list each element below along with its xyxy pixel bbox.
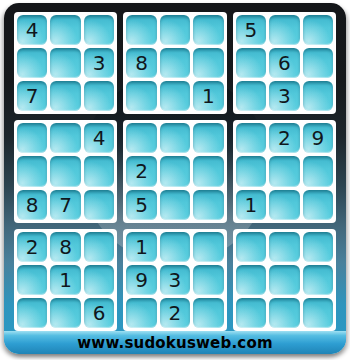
cell-r7c4[interactable]: 1 (126, 232, 156, 262)
cell-r9c3[interactable]: 6 (84, 298, 114, 328)
cell-r3c9[interactable] (303, 81, 333, 111)
cell-r3c3[interactable] (84, 81, 114, 111)
cell-r9c7[interactable] (236, 298, 266, 328)
cell-r4c7[interactable] (236, 123, 266, 153)
cell-r8c5[interactable]: 3 (160, 265, 190, 295)
cell-r9c4[interactable] (126, 298, 156, 328)
cell-r8c8[interactable] (269, 265, 299, 295)
box-2: 81 (123, 12, 226, 114)
cell-r3c4[interactable] (126, 81, 156, 111)
cell-r8c6[interactable] (193, 265, 223, 295)
cell-r7c2[interactable]: 8 (50, 232, 80, 262)
cell-r7c8[interactable] (269, 232, 299, 262)
cell-r6c1[interactable]: 8 (17, 190, 47, 220)
cell-r8c1[interactable] (17, 265, 47, 295)
cell-r4c6[interactable] (193, 123, 223, 153)
cell-r5c1[interactable] (17, 156, 47, 186)
cell-r1c7[interactable]: 5 (236, 15, 266, 45)
cell-r5c7[interactable] (236, 156, 266, 186)
sudoku-page: 437815634872529128161932 www.sudokusweb.… (0, 0, 350, 360)
cell-r9c2[interactable] (50, 298, 80, 328)
cell-r6c6[interactable] (193, 190, 223, 220)
cell-r3c1[interactable]: 7 (17, 81, 47, 111)
cell-r5c2[interactable] (50, 156, 80, 186)
cell-r2c7[interactable] (236, 48, 266, 78)
cell-r3c7[interactable] (236, 81, 266, 111)
cell-r3c6[interactable]: 1 (193, 81, 223, 111)
box-6: 291 (233, 120, 336, 222)
cell-r7c3[interactable] (84, 232, 114, 262)
cell-r5c9[interactable] (303, 156, 333, 186)
cell-r6c3[interactable] (84, 190, 114, 220)
cell-r3c8[interactable]: 3 (269, 81, 299, 111)
cell-r8c3[interactable] (84, 265, 114, 295)
cell-r1c1[interactable]: 4 (17, 15, 47, 45)
cell-r1c6[interactable] (193, 15, 223, 45)
cell-r2c4[interactable]: 8 (126, 48, 156, 78)
cell-r3c5[interactable] (160, 81, 190, 111)
site-url-label: www.sudokusweb.com (77, 334, 272, 352)
cell-r4c8[interactable]: 2 (269, 123, 299, 153)
cell-r9c8[interactable] (269, 298, 299, 328)
cell-r1c3[interactable] (84, 15, 114, 45)
cell-r5c8[interactable] (269, 156, 299, 186)
cell-r8c9[interactable] (303, 265, 333, 295)
cell-r4c5[interactable] (160, 123, 190, 153)
box-8: 1932 (123, 229, 226, 331)
cell-r2c8[interactable]: 6 (269, 48, 299, 78)
box-3: 563 (233, 12, 336, 114)
cell-r5c6[interactable] (193, 156, 223, 186)
cell-r7c1[interactable]: 2 (17, 232, 47, 262)
box-9 (233, 229, 336, 331)
box-7: 2816 (14, 229, 117, 331)
cell-r4c2[interactable] (50, 123, 80, 153)
cell-r3c2[interactable] (50, 81, 80, 111)
cell-r8c4[interactable]: 9 (126, 265, 156, 295)
footer-bar: www.sudokusweb.com (4, 331, 346, 354)
cell-r8c2[interactable]: 1 (50, 265, 80, 295)
cell-r4c4[interactable] (126, 123, 156, 153)
cell-r9c5[interactable]: 2 (160, 298, 190, 328)
cell-r2c3[interactable]: 3 (84, 48, 114, 78)
cell-r6c2[interactable]: 7 (50, 190, 80, 220)
cell-r2c1[interactable] (17, 48, 47, 78)
cell-r5c3[interactable] (84, 156, 114, 186)
cell-r5c5[interactable] (160, 156, 190, 186)
cell-r7c9[interactable] (303, 232, 333, 262)
cell-r1c4[interactable] (126, 15, 156, 45)
cell-r6c4[interactable]: 5 (126, 190, 156, 220)
cell-r2c9[interactable] (303, 48, 333, 78)
box-5: 25 (123, 120, 226, 222)
cell-r1c8[interactable] (269, 15, 299, 45)
cell-r7c6[interactable] (193, 232, 223, 262)
cell-r7c5[interactable] (160, 232, 190, 262)
cell-r2c2[interactable] (50, 48, 80, 78)
cell-r1c9[interactable] (303, 15, 333, 45)
cell-r1c2[interactable] (50, 15, 80, 45)
cell-r1c5[interactable] (160, 15, 190, 45)
board-frame: 437815634872529128161932 www.sudokusweb.… (4, 3, 346, 354)
cell-r2c6[interactable] (193, 48, 223, 78)
cell-r4c3[interactable]: 4 (84, 123, 114, 153)
cell-r5c4[interactable]: 2 (126, 156, 156, 186)
sudoku-board: 437815634872529128161932 (14, 12, 336, 331)
box-4: 487 (14, 120, 117, 222)
cell-r4c1[interactable] (17, 123, 47, 153)
cell-r6c9[interactable] (303, 190, 333, 220)
cell-r9c1[interactable] (17, 298, 47, 328)
cell-r4c9[interactable]: 9 (303, 123, 333, 153)
cell-r9c9[interactable] (303, 298, 333, 328)
cell-r9c6[interactable] (193, 298, 223, 328)
cell-r7c7[interactable] (236, 232, 266, 262)
box-1: 437 (14, 12, 117, 114)
cell-r6c7[interactable]: 1 (236, 190, 266, 220)
cell-r8c7[interactable] (236, 265, 266, 295)
cell-r2c5[interactable] (160, 48, 190, 78)
cell-r6c5[interactable] (160, 190, 190, 220)
cell-r6c8[interactable] (269, 190, 299, 220)
